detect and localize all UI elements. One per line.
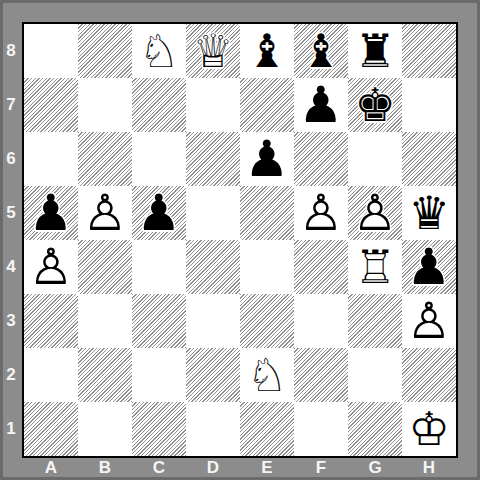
- square-e5[interactable]: [240, 186, 294, 240]
- rank-label-3: 3: [0, 294, 22, 348]
- white-knight: ♘: [132, 24, 186, 78]
- file-label-d: D: [186, 456, 240, 480]
- square-f6[interactable]: [294, 132, 348, 186]
- white-pawn: ♙: [24, 240, 78, 294]
- square-e7[interactable]: [240, 78, 294, 132]
- square-e6[interactable]: ♟: [240, 132, 294, 186]
- white-pawn: ♙: [402, 294, 456, 348]
- square-a3[interactable]: [24, 294, 78, 348]
- black-pawn: ♟: [294, 78, 348, 132]
- square-h6[interactable]: [402, 132, 456, 186]
- square-b8[interactable]: [78, 24, 132, 78]
- square-h7[interactable]: [402, 78, 456, 132]
- square-b3[interactable]: [78, 294, 132, 348]
- white-rook-fill: ♜: [348, 240, 402, 294]
- square-f5[interactable]: ♟♙: [294, 186, 348, 240]
- file-label-b: B: [78, 456, 132, 480]
- rank-labels: 87654321: [0, 24, 22, 456]
- square-f1[interactable]: [294, 402, 348, 456]
- white-pawn: ♙: [78, 186, 132, 240]
- square-g5[interactable]: ♟♙: [348, 186, 402, 240]
- square-e4[interactable]: [240, 240, 294, 294]
- square-a7[interactable]: [24, 78, 78, 132]
- white-pawn-fill: ♟: [24, 240, 78, 294]
- white-queen-fill: ♛: [186, 24, 240, 78]
- square-c7[interactable]: [132, 78, 186, 132]
- rank-label-5: 5: [0, 186, 22, 240]
- square-h5[interactable]: ♛: [402, 186, 456, 240]
- black-rook: ♜: [348, 24, 402, 78]
- square-a6[interactable]: [24, 132, 78, 186]
- square-d8[interactable]: ♛♕: [186, 24, 240, 78]
- file-label-a: A: [24, 456, 78, 480]
- square-h4[interactable]: ♟: [402, 240, 456, 294]
- square-b6[interactable]: [78, 132, 132, 186]
- white-pawn-fill: ♟: [402, 294, 456, 348]
- black-pawn: ♟: [132, 186, 186, 240]
- square-h2[interactable]: [402, 348, 456, 402]
- square-b1[interactable]: [78, 402, 132, 456]
- square-g2[interactable]: [348, 348, 402, 402]
- white-queen: ♕: [186, 24, 240, 78]
- black-bishop: ♝: [294, 24, 348, 78]
- black-pawn: ♟: [24, 186, 78, 240]
- square-e2[interactable]: ♞♘: [240, 348, 294, 402]
- square-d6[interactable]: [186, 132, 240, 186]
- square-e3[interactable]: [240, 294, 294, 348]
- white-king: ♔: [402, 402, 456, 456]
- white-pawn-fill: ♟: [348, 186, 402, 240]
- rank-label-2: 2: [0, 348, 22, 402]
- square-g7[interactable]: ♚: [348, 78, 402, 132]
- square-f2[interactable]: [294, 348, 348, 402]
- square-h8[interactable]: [402, 24, 456, 78]
- black-king: ♚: [348, 78, 402, 132]
- chess-board: ♞♘♛♕♝♝♜♟♚♟♟♟♙♟♟♙♟♙♛♟♙♜♖♟♟♙♞♘♚♔: [22, 22, 458, 458]
- white-pawn: ♙: [294, 186, 348, 240]
- square-d5[interactable]: [186, 186, 240, 240]
- square-f3[interactable]: [294, 294, 348, 348]
- rank-label-7: 7: [0, 78, 22, 132]
- square-b4[interactable]: [78, 240, 132, 294]
- square-d1[interactable]: [186, 402, 240, 456]
- square-b5[interactable]: ♟♙: [78, 186, 132, 240]
- file-label-h: H: [402, 456, 456, 480]
- white-knight: ♘: [240, 348, 294, 402]
- square-d4[interactable]: [186, 240, 240, 294]
- square-g3[interactable]: [348, 294, 402, 348]
- file-label-c: C: [132, 456, 186, 480]
- rank-label-4: 4: [0, 240, 22, 294]
- square-g8[interactable]: ♜: [348, 24, 402, 78]
- square-b7[interactable]: [78, 78, 132, 132]
- board-frame: 87654321 ABCDEFGH ♞♘♛♕♝♝♜♟♚♟♟♟♙♟♟♙♟♙♛♟♙♜…: [0, 0, 480, 480]
- square-d3[interactable]: [186, 294, 240, 348]
- file-label-e: E: [240, 456, 294, 480]
- square-f4[interactable]: [294, 240, 348, 294]
- square-b2[interactable]: [78, 348, 132, 402]
- square-a1[interactable]: [24, 402, 78, 456]
- white-king-fill: ♚: [402, 402, 456, 456]
- rank-label-6: 6: [0, 132, 22, 186]
- square-g6[interactable]: [348, 132, 402, 186]
- square-c4[interactable]: [132, 240, 186, 294]
- square-h3[interactable]: ♟♙: [402, 294, 456, 348]
- white-pawn: ♙: [348, 186, 402, 240]
- square-c6[interactable]: [132, 132, 186, 186]
- square-e8[interactable]: ♝: [240, 24, 294, 78]
- black-pawn: ♟: [240, 132, 294, 186]
- file-label-f: F: [294, 456, 348, 480]
- file-labels: ABCDEFGH: [24, 456, 456, 480]
- square-a4[interactable]: ♟♙: [24, 240, 78, 294]
- square-g1[interactable]: [348, 402, 402, 456]
- square-c1[interactable]: [132, 402, 186, 456]
- square-g4[interactable]: ♜♖: [348, 240, 402, 294]
- rank-label-8: 8: [0, 24, 22, 78]
- square-f7[interactable]: ♟: [294, 78, 348, 132]
- white-pawn-fill: ♟: [294, 186, 348, 240]
- white-pawn-fill: ♟: [78, 186, 132, 240]
- square-d7[interactable]: [186, 78, 240, 132]
- black-queen: ♛: [402, 186, 456, 240]
- white-knight-fill: ♞: [132, 24, 186, 78]
- black-bishop: ♝: [240, 24, 294, 78]
- white-rook: ♖: [348, 240, 402, 294]
- square-c2[interactable]: [132, 348, 186, 402]
- square-a8[interactable]: [24, 24, 78, 78]
- file-label-g: G: [348, 456, 402, 480]
- square-e1[interactable]: [240, 402, 294, 456]
- square-f8[interactable]: ♝: [294, 24, 348, 78]
- square-a5[interactable]: ♟: [24, 186, 78, 240]
- square-c8[interactable]: ♞♘: [132, 24, 186, 78]
- square-c3[interactable]: [132, 294, 186, 348]
- rank-label-1: 1: [0, 402, 22, 456]
- white-knight-fill: ♞: [240, 348, 294, 402]
- square-c5[interactable]: ♟: [132, 186, 186, 240]
- square-d2[interactable]: [186, 348, 240, 402]
- square-a2[interactable]: [24, 348, 78, 402]
- square-h1[interactable]: ♚♔: [402, 402, 456, 456]
- black-pawn: ♟: [402, 240, 456, 294]
